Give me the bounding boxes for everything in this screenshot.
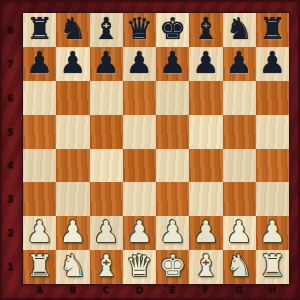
square-h6[interactable] xyxy=(256,81,289,115)
square-g5[interactable] xyxy=(223,115,256,149)
piece-white-bishop[interactable]: ♝ xyxy=(93,251,120,281)
chessboard-frame: 87654321 ♜♞♝♛♚♝♞♜♟♟♟♟♟♟♟♟♟♟♟♟♟♟♟♟♜♞♝♛♚♝♞… xyxy=(0,0,300,300)
rank-label-1: 1 xyxy=(0,250,21,284)
square-b2[interactable]: ♟ xyxy=(56,216,89,250)
square-e2[interactable]: ♟ xyxy=(156,216,189,250)
square-b6[interactable] xyxy=(56,81,89,115)
piece-black-pawn[interactable]: ♟ xyxy=(192,48,219,78)
square-f1[interactable]: ♝ xyxy=(189,250,222,284)
square-h4[interactable] xyxy=(256,149,289,183)
square-f6[interactable] xyxy=(189,81,222,115)
file-label-d: D xyxy=(123,284,156,299)
piece-black-knight[interactable]: ♞ xyxy=(226,14,253,44)
rank-label-5: 5 xyxy=(0,115,21,149)
piece-black-bishop[interactable]: ♝ xyxy=(192,14,219,44)
square-c4[interactable] xyxy=(90,149,123,183)
piece-white-pawn[interactable]: ♟ xyxy=(159,217,186,247)
square-d6[interactable] xyxy=(123,81,156,115)
square-a7[interactable]: ♟ xyxy=(23,47,56,81)
square-c5[interactable] xyxy=(90,115,123,149)
file-label-g: G xyxy=(223,284,256,299)
square-c8[interactable]: ♝ xyxy=(90,13,123,47)
square-f3[interactable] xyxy=(189,182,222,216)
square-g6[interactable] xyxy=(223,81,256,115)
square-b5[interactable] xyxy=(56,115,89,149)
square-g7[interactable]: ♟ xyxy=(223,47,256,81)
square-c2[interactable]: ♟ xyxy=(90,216,123,250)
square-c1[interactable]: ♝ xyxy=(90,250,123,284)
rank-label-6: 6 xyxy=(0,81,21,115)
square-f7[interactable]: ♟ xyxy=(189,47,222,81)
square-d1[interactable]: ♛ xyxy=(123,250,156,284)
square-e4[interactable] xyxy=(156,149,189,183)
piece-black-rook[interactable]: ♜ xyxy=(259,14,286,44)
piece-white-pawn[interactable]: ♟ xyxy=(192,217,219,247)
square-b7[interactable]: ♟ xyxy=(56,47,89,81)
chess-board: ♜♞♝♛♚♝♞♜♟♟♟♟♟♟♟♟♟♟♟♟♟♟♟♟♜♞♝♛♚♝♞♜ xyxy=(23,13,289,284)
piece-white-knight[interactable]: ♞ xyxy=(59,251,86,281)
square-h5[interactable] xyxy=(256,115,289,149)
piece-white-pawn[interactable]: ♟ xyxy=(259,217,286,247)
square-b3[interactable] xyxy=(56,182,89,216)
piece-white-queen[interactable]: ♛ xyxy=(126,251,153,281)
square-a2[interactable]: ♟ xyxy=(23,216,56,250)
square-f5[interactable] xyxy=(189,115,222,149)
square-e5[interactable] xyxy=(156,115,189,149)
piece-black-pawn[interactable]: ♟ xyxy=(26,48,53,78)
square-a1[interactable]: ♜ xyxy=(23,250,56,284)
rank-labels: 87654321 xyxy=(0,13,21,284)
square-c7[interactable]: ♟ xyxy=(90,47,123,81)
square-b1[interactable]: ♞ xyxy=(56,250,89,284)
rank-label-4: 4 xyxy=(0,149,21,183)
square-d5[interactable] xyxy=(123,115,156,149)
square-f4[interactable] xyxy=(189,149,222,183)
piece-black-king[interactable]: ♚ xyxy=(159,14,186,44)
piece-white-pawn[interactable]: ♟ xyxy=(59,217,86,247)
piece-black-pawn[interactable]: ♟ xyxy=(126,48,153,78)
piece-white-pawn[interactable]: ♟ xyxy=(26,217,53,247)
square-e7[interactable]: ♟ xyxy=(156,47,189,81)
piece-black-pawn[interactable]: ♟ xyxy=(259,48,286,78)
square-d8[interactable]: ♛ xyxy=(123,13,156,47)
square-b8[interactable]: ♞ xyxy=(56,13,89,47)
square-a4[interactable] xyxy=(23,149,56,183)
square-h8[interactable]: ♜ xyxy=(256,13,289,47)
piece-white-pawn[interactable]: ♟ xyxy=(126,217,153,247)
square-g1[interactable]: ♞ xyxy=(223,250,256,284)
piece-black-queen[interactable]: ♛ xyxy=(126,14,153,44)
file-label-e: E xyxy=(156,284,189,299)
square-h2[interactable]: ♟ xyxy=(256,216,289,250)
piece-white-pawn[interactable]: ♟ xyxy=(93,217,120,247)
piece-black-pawn[interactable]: ♟ xyxy=(59,48,86,78)
square-e3[interactable] xyxy=(156,182,189,216)
square-g2[interactable]: ♟ xyxy=(223,216,256,250)
piece-white-pawn[interactable]: ♟ xyxy=(226,217,253,247)
square-g8[interactable]: ♞ xyxy=(223,13,256,47)
piece-white-king[interactable]: ♚ xyxy=(159,251,186,281)
square-h1[interactable]: ♜ xyxy=(256,250,289,284)
square-a6[interactable] xyxy=(23,81,56,115)
piece-white-rook[interactable]: ♜ xyxy=(259,251,286,281)
square-g3[interactable] xyxy=(223,182,256,216)
square-d2[interactable]: ♟ xyxy=(123,216,156,250)
square-h7[interactable]: ♟ xyxy=(256,47,289,81)
square-g4[interactable] xyxy=(223,149,256,183)
rank-label-3: 3 xyxy=(0,182,21,216)
square-a3[interactable] xyxy=(23,182,56,216)
piece-white-knight[interactable]: ♞ xyxy=(226,251,253,281)
square-e1[interactable]: ♚ xyxy=(156,250,189,284)
file-label-b: B xyxy=(56,284,89,299)
file-labels: ABCDEFGH xyxy=(23,284,289,299)
rank-label-7: 7 xyxy=(0,47,21,81)
square-f2[interactable]: ♟ xyxy=(189,216,222,250)
file-label-f: F xyxy=(189,284,222,299)
rank-label-8: 8 xyxy=(0,13,21,47)
square-e6[interactable] xyxy=(156,81,189,115)
square-d4[interactable] xyxy=(123,149,156,183)
square-f8[interactable]: ♝ xyxy=(189,13,222,47)
square-a8[interactable]: ♜ xyxy=(23,13,56,47)
square-d7[interactable]: ♟ xyxy=(123,47,156,81)
piece-black-bishop[interactable]: ♝ xyxy=(93,14,120,44)
square-d3[interactable] xyxy=(123,182,156,216)
square-a5[interactable] xyxy=(23,115,56,149)
square-c3[interactable] xyxy=(90,182,123,216)
piece-black-rook[interactable]: ♜ xyxy=(26,14,53,44)
piece-white-rook[interactable]: ♜ xyxy=(26,251,53,281)
piece-white-bishop[interactable]: ♝ xyxy=(192,251,219,281)
square-c6[interactable] xyxy=(90,81,123,115)
file-label-a: A xyxy=(23,284,56,299)
square-h3[interactable] xyxy=(256,182,289,216)
rank-label-2: 2 xyxy=(0,216,21,250)
piece-black-pawn[interactable]: ♟ xyxy=(159,48,186,78)
square-e8[interactable]: ♚ xyxy=(156,13,189,47)
square-b4[interactable] xyxy=(56,149,89,183)
piece-black-knight[interactable]: ♞ xyxy=(59,14,86,44)
file-label-h: H xyxy=(256,284,289,299)
piece-black-pawn[interactable]: ♟ xyxy=(93,48,120,78)
piece-black-pawn[interactable]: ♟ xyxy=(226,48,253,78)
file-label-c: C xyxy=(90,284,123,299)
